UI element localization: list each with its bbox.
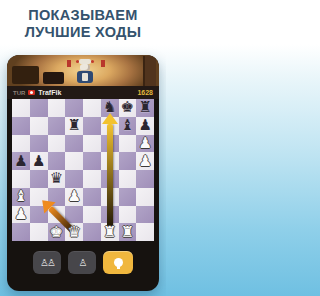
square-e8[interactable] <box>83 99 101 117</box>
square-f6[interactable] <box>101 135 119 153</box>
two-pawns-icon: ♙♙ <box>40 258 54 268</box>
flag-crescent <box>30 91 33 94</box>
square-g5[interactable] <box>119 152 137 170</box>
square-f8[interactable]: ♞ <box>101 99 119 117</box>
square-c2[interactable] <box>48 206 66 224</box>
square-f1[interactable]: ♜ <box>101 223 119 241</box>
white-pawn[interactable]: ♟ <box>14 207 27 222</box>
square-g2[interactable] <box>119 206 137 224</box>
black-king[interactable]: ♚ <box>121 100 134 115</box>
ad-title-line1: ПОКАЗЫВАЕМ <box>2 6 163 23</box>
square-a7[interactable] <box>12 117 30 135</box>
scene-anvil-silhouette <box>43 72 64 84</box>
square-f2[interactable] <box>101 206 119 224</box>
chess-board[interactable]: ♞♚♜♜♝♟♟♟♟♟♛♝♟♟♚♛♜♜ <box>12 99 154 241</box>
white-pawn[interactable]: ♟ <box>67 189 80 204</box>
white-king[interactable]: ♚ <box>50 225 63 240</box>
square-c4[interactable]: ♛ <box>48 170 66 188</box>
square-d7[interactable]: ♜ <box>65 117 83 135</box>
opponent-bar: TUR TrafFik 1628 <box>7 86 159 99</box>
game-scene-art <box>7 55 159 86</box>
square-f3[interactable] <box>101 188 119 206</box>
king-character <box>73 59 97 85</box>
square-a6[interactable] <box>12 135 30 153</box>
black-rook[interactable]: ♜ <box>67 118 80 133</box>
square-b8[interactable] <box>30 99 48 117</box>
square-c3[interactable] <box>48 188 66 206</box>
hint-button[interactable] <box>103 251 133 274</box>
square-c1[interactable]: ♚ <box>48 223 66 241</box>
square-e5[interactable] <box>83 152 101 170</box>
square-a5[interactable]: ♟ <box>12 152 30 170</box>
square-g6[interactable] <box>119 135 137 153</box>
analysis-button[interactable]: ♙ <box>68 251 96 274</box>
red-banner <box>67 60 71 67</box>
white-pawn[interactable]: ♟ <box>138 136 151 151</box>
black-pawn[interactable]: ♟ <box>32 154 45 169</box>
square-h8[interactable]: ♜ <box>136 99 154 117</box>
square-e6[interactable] <box>83 135 101 153</box>
square-b3[interactable] <box>30 188 48 206</box>
white-rook[interactable]: ♜ <box>121 225 134 240</box>
square-e3[interactable] <box>83 188 101 206</box>
square-c5[interactable] <box>48 152 66 170</box>
square-d8[interactable] <box>65 99 83 117</box>
king-chest-plate <box>82 73 88 81</box>
square-f5[interactable] <box>101 152 119 170</box>
square-c7[interactable] <box>48 117 66 135</box>
square-g7[interactable]: ♝ <box>119 117 137 135</box>
square-d6[interactable] <box>65 135 83 153</box>
scene-pillar <box>143 56 156 86</box>
square-d2[interactable] <box>65 206 83 224</box>
square-g1[interactable]: ♜ <box>119 223 137 241</box>
pawn-icon: ♙ <box>79 258 86 268</box>
square-d1[interactable]: ♛ <box>65 223 83 241</box>
pieces-button[interactable]: ♙♙ <box>33 251 61 274</box>
square-g3[interactable] <box>119 188 137 206</box>
king-head <box>80 64 90 71</box>
square-h6[interactable]: ♟ <box>136 135 154 153</box>
white-bishop[interactable]: ♝ <box>14 189 27 204</box>
square-h7[interactable]: ♟ <box>136 117 154 135</box>
square-f4[interactable] <box>101 170 119 188</box>
square-h5[interactable]: ♟ <box>136 152 154 170</box>
square-e7[interactable] <box>83 117 101 135</box>
square-d4[interactable] <box>65 170 83 188</box>
black-rook[interactable]: ♜ <box>138 100 151 115</box>
opponent-name: TrafFik <box>38 89 61 96</box>
square-h3[interactable] <box>136 188 154 206</box>
opponent-rating: 1628 <box>137 89 153 96</box>
square-e2[interactable] <box>83 206 101 224</box>
white-rook[interactable]: ♜ <box>103 225 116 240</box>
square-d5[interactable] <box>65 152 83 170</box>
square-b4[interactable] <box>30 170 48 188</box>
square-e1[interactable] <box>83 223 101 241</box>
square-a4[interactable] <box>12 170 30 188</box>
square-b2[interactable] <box>30 206 48 224</box>
black-queen[interactable]: ♛ <box>50 171 63 186</box>
ad-title-line2: ЛУЧШИЕ ХОДЫ <box>2 23 163 40</box>
black-knight[interactable]: ♞ <box>103 100 116 115</box>
square-c6[interactable] <box>48 135 66 153</box>
square-d3[interactable]: ♟ <box>65 188 83 206</box>
square-a2[interactable]: ♟ <box>12 206 30 224</box>
square-h2[interactable] <box>136 206 154 224</box>
square-c8[interactable] <box>48 99 66 117</box>
black-pawn[interactable]: ♟ <box>138 118 151 133</box>
ad-title: ПОКАЗЫВАЕМ ЛУЧШИЕ ХОДЫ <box>2 6 163 40</box>
black-bishop[interactable]: ♝ <box>121 118 134 133</box>
country-code: TUR <box>13 90 25 96</box>
toolbar: ♙♙ ♙ <box>7 241 159 274</box>
scene-furniture-silhouette <box>12 66 39 84</box>
lightbulb-icon <box>114 258 123 267</box>
square-h1[interactable] <box>136 223 154 241</box>
turkey-flag-icon <box>28 90 35 95</box>
black-pawn[interactable]: ♟ <box>14 154 27 169</box>
red-banner <box>101 60 105 67</box>
square-b6[interactable] <box>30 135 48 153</box>
square-a1[interactable] <box>12 223 30 241</box>
white-queen[interactable]: ♛ <box>67 225 80 240</box>
square-b5[interactable]: ♟ <box>30 152 48 170</box>
square-a3[interactable]: ♝ <box>12 188 30 206</box>
square-g8[interactable]: ♚ <box>119 99 137 117</box>
square-b1[interactable] <box>30 223 48 241</box>
crown-jewel <box>91 60 94 63</box>
white-pawn[interactable]: ♟ <box>138 154 151 169</box>
square-h4[interactable] <box>136 170 154 188</box>
square-f7[interactable] <box>101 117 119 135</box>
phone-mockup: TUR TrafFik 1628 ♞♚♜♜♝♟♟♟♟♟♛♝♟♟♚♛♜♜ ♙♙ ♙ <box>7 55 159 291</box>
square-e4[interactable] <box>83 170 101 188</box>
square-b7[interactable] <box>30 117 48 135</box>
square-g4[interactable] <box>119 170 137 188</box>
square-a8[interactable] <box>12 99 30 117</box>
